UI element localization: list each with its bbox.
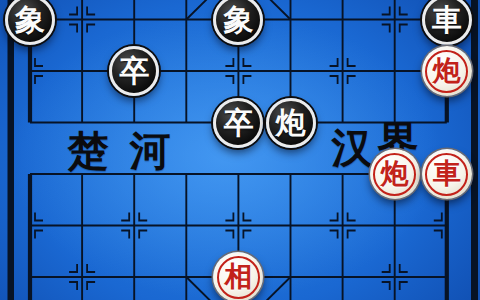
piece-glyph: 炮 [276,108,306,138]
piece-glyph: 車 [433,160,461,188]
piece-glyph: 炮 [381,160,409,188]
piece-glyph: 炮 [433,57,461,85]
piece-glyph: 象 [15,5,45,35]
piece-black-chariot[interactable]: 車 [422,0,472,45]
piece-glyph: 相 [224,263,252,291]
piece-glyph: 卒 [223,108,253,138]
piece-black-cannon[interactable]: 炮 [266,98,316,148]
piece-red-chariot[interactable]: 車 [422,149,472,199]
piece-red-elephant[interactable]: 相 [213,252,263,300]
piece-glyph: 車 [432,5,462,35]
piece-black-soldier[interactable]: 卒 [109,46,159,96]
pieces-layer: 象象車卒炮卒炮炮車相 [0,0,480,300]
piece-black-soldier[interactable]: 卒 [213,98,263,148]
piece-red-cannon[interactable]: 炮 [370,149,420,199]
piece-black-elephant[interactable]: 象 [213,0,263,45]
piece-glyph: 卒 [119,56,149,86]
piece-red-cannon[interactable]: 炮 [422,46,472,96]
piece-glyph: 象 [223,5,253,35]
xiangqi-board[interactable]: 楚河汉界 象象車卒炮卒炮炮車相 [0,0,480,300]
piece-black-elephant[interactable]: 象 [5,0,55,45]
